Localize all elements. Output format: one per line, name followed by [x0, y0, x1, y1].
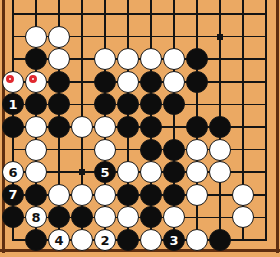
stone-white[interactable]: [163, 71, 185, 93]
stone-white[interactable]: [48, 26, 70, 48]
stone-white[interactable]: [117, 206, 139, 228]
move-number: 4: [54, 234, 63, 247]
stone-black[interactable]: [186, 48, 208, 70]
stone-white[interactable]: [209, 161, 231, 183]
stone-black[interactable]: [163, 93, 185, 115]
stone-white[interactable]: [25, 26, 47, 48]
stone-black[interactable]: [48, 116, 70, 138]
stone-black[interactable]: [2, 116, 24, 138]
board-edge-right: [276, 0, 279, 253]
stone-black[interactable]: [163, 184, 185, 206]
stone-white[interactable]: [94, 48, 116, 70]
stone-black[interactable]: [140, 71, 162, 93]
stone-white[interactable]: [71, 229, 93, 251]
stone-black[interactable]: [117, 93, 139, 115]
grid-line-horizontal: [12, 13, 267, 15]
move-number: 8: [31, 211, 40, 224]
stone-black[interactable]: [48, 71, 70, 93]
stone-black[interactable]: [25, 93, 47, 115]
star-point: [79, 169, 85, 175]
stone-white[interactable]: [48, 48, 70, 70]
stone-black[interactable]: [94, 93, 116, 115]
stone-white[interactable]: [186, 161, 208, 183]
stone-white[interactable]: [94, 116, 116, 138]
stone-black[interactable]: 7: [2, 184, 24, 206]
move-number: 7: [8, 188, 17, 201]
stone-white[interactable]: [25, 71, 47, 93]
stone-black[interactable]: [163, 161, 185, 183]
stone-white[interactable]: [71, 184, 93, 206]
stone-white[interactable]: [25, 116, 47, 138]
stone-white[interactable]: [117, 48, 139, 70]
stone-white[interactable]: [2, 71, 24, 93]
stone-black[interactable]: 1: [2, 93, 24, 115]
stone-white[interactable]: 2: [94, 229, 116, 251]
stone-white[interactable]: [94, 184, 116, 206]
move-number: 3: [169, 234, 178, 247]
stone-white[interactable]: [209, 139, 231, 161]
stone-white[interactable]: [186, 139, 208, 161]
stone-black[interactable]: [71, 206, 93, 228]
stone-black[interactable]: [2, 206, 24, 228]
stone-black[interactable]: [209, 116, 231, 138]
stone-white[interactable]: [94, 206, 116, 228]
stone-black[interactable]: [48, 93, 70, 115]
stone-black[interactable]: [117, 184, 139, 206]
stone-white[interactable]: 8: [25, 206, 47, 228]
stone-black[interactable]: [117, 229, 139, 251]
stone-black[interactable]: [25, 184, 47, 206]
move-number: 5: [100, 166, 109, 179]
stone-white[interactable]: [94, 139, 116, 161]
stone-white[interactable]: [117, 161, 139, 183]
stone-black[interactable]: [140, 93, 162, 115]
stone-black[interactable]: [25, 229, 47, 251]
stone-white[interactable]: [186, 229, 208, 251]
circle-mark: [6, 75, 14, 83]
stone-white[interactable]: 6: [2, 161, 24, 183]
stone-black[interactable]: [140, 139, 162, 161]
stone-white[interactable]: [71, 116, 93, 138]
stone-white[interactable]: [232, 184, 254, 206]
stone-black[interactable]: [140, 184, 162, 206]
stone-white[interactable]: [163, 48, 185, 70]
stone-black[interactable]: [48, 206, 70, 228]
stone-black[interactable]: [186, 116, 208, 138]
board-edge-bottom: [0, 249, 280, 252]
stone-white[interactable]: [25, 161, 47, 183]
stone-white[interactable]: [140, 48, 162, 70]
stone-white[interactable]: [117, 71, 139, 93]
stone-black[interactable]: [117, 116, 139, 138]
stone-white[interactable]: [186, 184, 208, 206]
go-board: 16578423: [0, 0, 280, 257]
stone-white[interactable]: [232, 206, 254, 228]
stone-black[interactable]: [163, 139, 185, 161]
stone-black[interactable]: [140, 206, 162, 228]
stone-white[interactable]: [140, 161, 162, 183]
stone-black[interactable]: [140, 116, 162, 138]
stone-black[interactable]: 3: [163, 229, 185, 251]
stone-white[interactable]: [140, 229, 162, 251]
stone-black[interactable]: [186, 71, 208, 93]
circle-mark: [29, 75, 37, 83]
move-number: 6: [8, 166, 17, 179]
stone-white[interactable]: [25, 139, 47, 161]
stone-black[interactable]: [25, 48, 47, 70]
stone-white[interactable]: [163, 206, 185, 228]
stone-black[interactable]: [94, 71, 116, 93]
move-number: 1: [8, 98, 17, 111]
stone-white[interactable]: 4: [48, 229, 70, 251]
stone-black[interactable]: 5: [94, 161, 116, 183]
move-number: 2: [100, 234, 109, 247]
stone-black[interactable]: [209, 229, 231, 251]
star-point: [217, 34, 223, 40]
stone-white[interactable]: [48, 184, 70, 206]
